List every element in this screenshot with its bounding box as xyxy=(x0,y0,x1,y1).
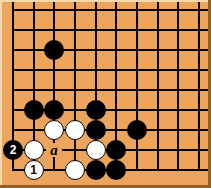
frame-left xyxy=(0,0,2,188)
stone-black xyxy=(106,160,126,180)
point-label-b: b xyxy=(92,163,100,178)
stone-black xyxy=(44,100,64,120)
stone-white xyxy=(65,120,85,140)
grid-line-horizontal xyxy=(12,69,208,71)
stone-black xyxy=(106,140,126,160)
stone-black xyxy=(86,120,106,140)
stone-white xyxy=(86,140,106,160)
go-board: ab21 xyxy=(0,0,211,188)
stone-black xyxy=(86,100,106,120)
grid-line-horizontal xyxy=(12,49,208,51)
stone-white xyxy=(24,140,44,160)
grid-line-horizontal xyxy=(12,29,208,31)
grid-line-horizontal xyxy=(12,89,208,91)
frame-right xyxy=(208,0,211,188)
stone-black-move-2: 2 xyxy=(3,140,23,160)
grid-line-vertical xyxy=(198,2,200,171)
stone-white-move-1: 1 xyxy=(24,160,44,180)
grid-line-horizontal xyxy=(12,9,208,11)
frame-top xyxy=(0,0,211,2)
frame-bottom xyxy=(0,185,211,188)
stone-white xyxy=(44,120,64,140)
grid-line-vertical xyxy=(177,2,179,171)
stone-black xyxy=(44,40,64,60)
go-diagram: ab21 xyxy=(0,0,211,188)
stone-white xyxy=(65,160,85,180)
point-label-a: a xyxy=(50,143,58,158)
grid-line-vertical xyxy=(157,2,159,171)
grid-line-horizontal xyxy=(12,129,208,131)
grid-line-vertical xyxy=(136,2,138,171)
stone-black xyxy=(24,100,44,120)
stone-black xyxy=(127,120,147,140)
grid-line-vertical xyxy=(74,2,76,171)
